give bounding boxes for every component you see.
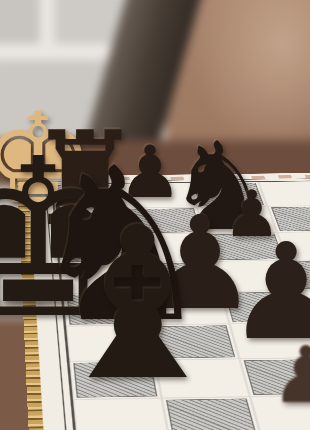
piece-black-bishop-b2[interactable]: ♝ bbox=[44, 200, 232, 410]
piece-black-pawn-d1[interactable]: ♟ bbox=[271, 336, 310, 414]
photo-scene: ♚♜♟♞♟♚♞♟♟♝♟ bbox=[0, 0, 310, 430]
pieces-layer: ♚♜♟♞♟♚♞♟♟♝♟ bbox=[0, 0, 310, 430]
